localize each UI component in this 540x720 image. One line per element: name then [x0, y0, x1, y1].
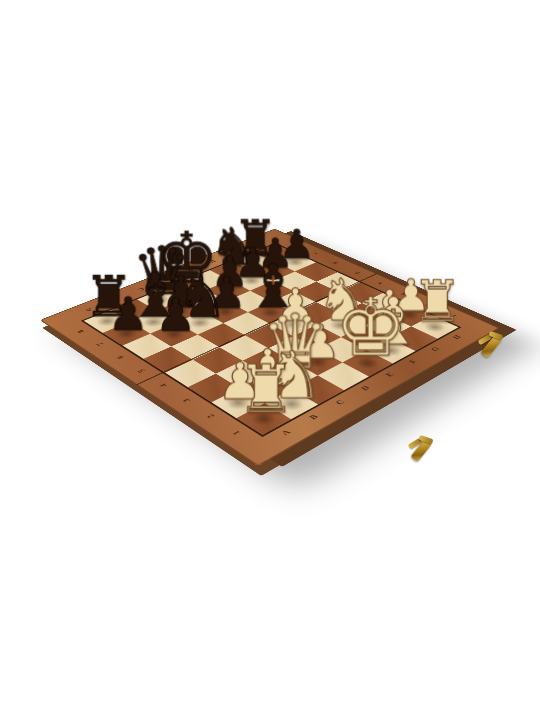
- board-field: ♜♛♚♞♜♟♝♟♟♟♟♟♟♞♟♝♟♞♟♟♛♟♟♟♜♞♚♝♜: [81, 243, 462, 437]
- piece-glyph: ♜: [233, 216, 278, 262]
- board-frame: ♜♛♚♞♜♟♝♟♟♟♟♟♟♞♟♝♟♞♟♟♛♟♟♟♜♞♚♝♜ AA11BB22CC…: [40, 229, 500, 467]
- square-d1[interactable]: [318, 363, 369, 391]
- brass-clasp-lower: [408, 436, 434, 466]
- chess-board-3d: ♜♛♚♞♜♟♝♟♟♟♟♟♟♞♟♝♟♞♟♟♛♟♟♟♜♞♚♝♜ AA11BB22CC…: [40, 229, 500, 467]
- brass-clasp-upper: [478, 332, 504, 362]
- square-c4[interactable]: [220, 335, 269, 360]
- product-photo-scene: ♜♛♚♞♜♟♝♟♟♟♟♟♟♞♟♝♟♞♟♟♛♟♟♟♜♞♚♝♜ AA11BB22CC…: [0, 0, 540, 720]
- square-a8[interactable]: ♜: [84, 310, 130, 333]
- rank-label-near-6: 6: [106, 349, 135, 366]
